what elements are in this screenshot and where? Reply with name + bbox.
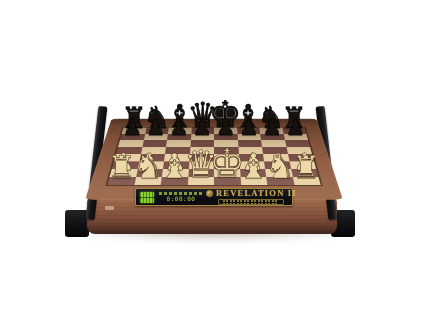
square-d4 — [189, 154, 214, 161]
square-d3 — [188, 161, 214, 169]
square-d1 — [187, 176, 214, 184]
brand-block: REVELATION II — [206, 189, 297, 205]
square-e3 — [214, 161, 240, 169]
square-g6 — [261, 140, 286, 147]
square-h6 — [285, 140, 310, 147]
square-d5 — [190, 146, 215, 153]
plaque-subtext-line — [223, 203, 279, 205]
square-c3 — [163, 161, 189, 169]
square-e2 — [214, 168, 240, 176]
lcd-pixel-row — [140, 198, 154, 203]
square-h5 — [286, 146, 312, 153]
scene: 0:00:00 REVELATION II ♜♞♝♛♚♝♞♜♟♟♟♟♟♟♟♟♟♟… — [0, 0, 423, 318]
square-g4 — [263, 154, 289, 161]
square-a7 — [120, 133, 145, 139]
square-h2 — [291, 168, 319, 176]
square-a5 — [116, 146, 142, 153]
square-c1 — [161, 176, 188, 184]
square-h1 — [292, 176, 320, 184]
square-h3 — [289, 161, 316, 169]
plaque-subtext — [218, 199, 284, 205]
square-b3 — [137, 161, 164, 169]
square-f3 — [239, 161, 265, 169]
square-a3 — [112, 161, 139, 169]
lcd-time: 0:00:00 — [167, 196, 196, 202]
square-h7 — [283, 133, 308, 139]
square-a4 — [114, 154, 141, 161]
square-c8 — [168, 127, 192, 133]
plaque-title: REVELATION II — [216, 189, 297, 198]
lcd-text-line — [159, 192, 203, 195]
square-b4 — [139, 154, 165, 161]
dgt-logo-icon — [206, 190, 213, 197]
square-c2 — [162, 168, 189, 176]
square-b2 — [136, 168, 163, 176]
square-d7 — [190, 133, 214, 139]
lcd-pixel-row — [140, 192, 154, 197]
square-f5 — [238, 146, 263, 153]
square-d2 — [188, 168, 214, 176]
lcd-display-icon — [140, 192, 154, 203]
dgt-stamp — [105, 206, 114, 210]
square-h4 — [288, 154, 315, 161]
square-g7 — [260, 133, 284, 139]
square-h8 — [282, 127, 306, 133]
square-e8 — [214, 127, 237, 133]
square-g8 — [259, 127, 283, 133]
square-f7 — [237, 133, 261, 139]
square-e7 — [214, 133, 238, 139]
square-e4 — [214, 154, 239, 161]
square-d8 — [191, 127, 214, 133]
name-plaque: 0:00:00 REVELATION II — [135, 188, 293, 206]
square-e5 — [214, 146, 239, 153]
square-e1 — [214, 176, 241, 184]
square-a8 — [122, 127, 146, 133]
square-c5 — [165, 146, 190, 153]
square-f8 — [237, 127, 261, 133]
square-b5 — [141, 146, 166, 153]
square-g2 — [265, 168, 292, 176]
square-g3 — [264, 161, 291, 169]
lcd-display: 0:00:00 — [159, 192, 203, 202]
square-f1 — [240, 176, 267, 184]
square-d6 — [190, 140, 214, 147]
square-f2 — [240, 168, 267, 176]
square-b8 — [145, 127, 169, 133]
board-frame — [85, 118, 343, 199]
chessboard — [107, 127, 321, 185]
square-a2 — [110, 168, 138, 176]
square-c7 — [167, 133, 191, 139]
square-b7 — [143, 133, 167, 139]
square-e6 — [214, 140, 238, 147]
square-c6 — [166, 140, 190, 147]
square-f4 — [239, 154, 265, 161]
plaque-subtext-line — [223, 200, 279, 202]
square-a6 — [118, 140, 143, 147]
square-f6 — [238, 140, 262, 147]
square-c4 — [164, 154, 190, 161]
square-b6 — [142, 140, 167, 147]
square-b1 — [134, 176, 162, 184]
square-g1 — [266, 176, 294, 184]
square-g5 — [262, 146, 287, 153]
square-a1 — [107, 176, 135, 184]
